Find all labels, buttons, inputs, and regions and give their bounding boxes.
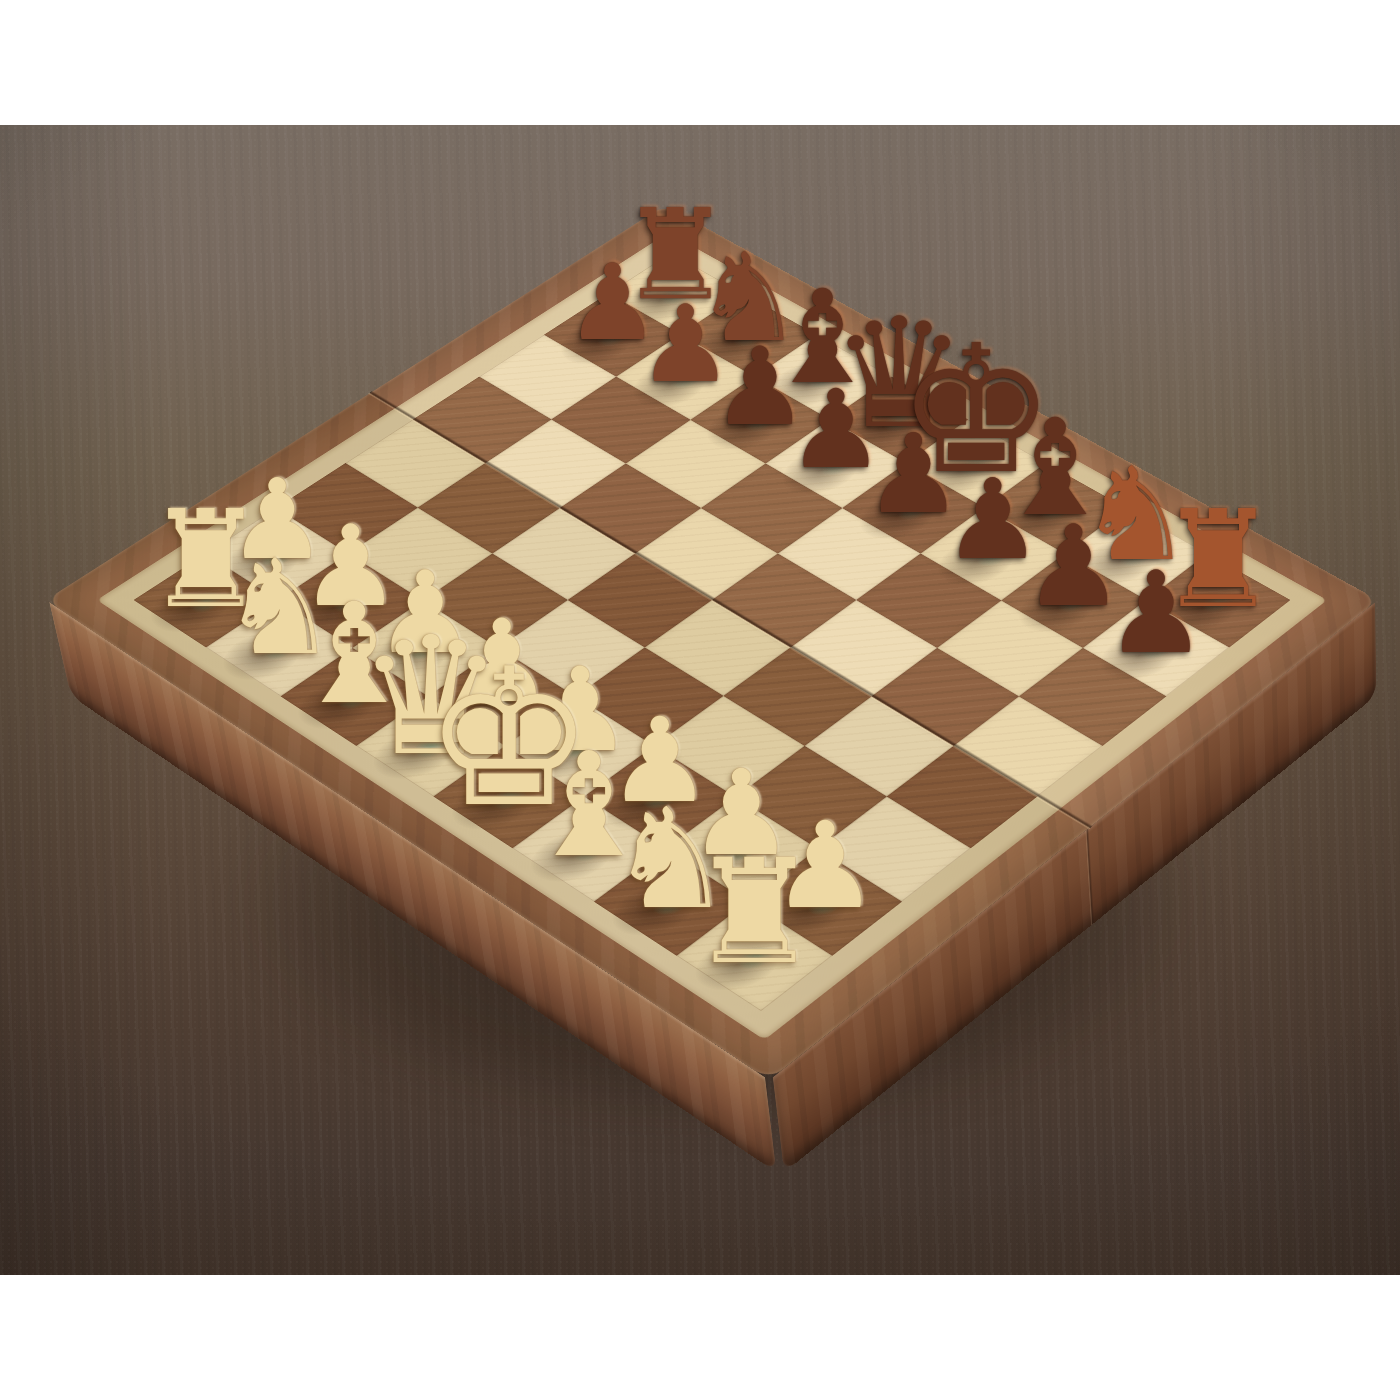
fold-seam-side bbox=[1085, 828, 1094, 925]
page: { "game": "chess", "scene": "Product pho… bbox=[0, 0, 1400, 1400]
board-scene bbox=[0, 125, 1400, 1275]
photo-area: ♜♞♝♛♚♝♞♜♟♟♟♟♟♟♟♟♟♟♟♟♟♟♟♟♜♞♝♛♚♝♞♜ bbox=[0, 125, 1400, 1275]
